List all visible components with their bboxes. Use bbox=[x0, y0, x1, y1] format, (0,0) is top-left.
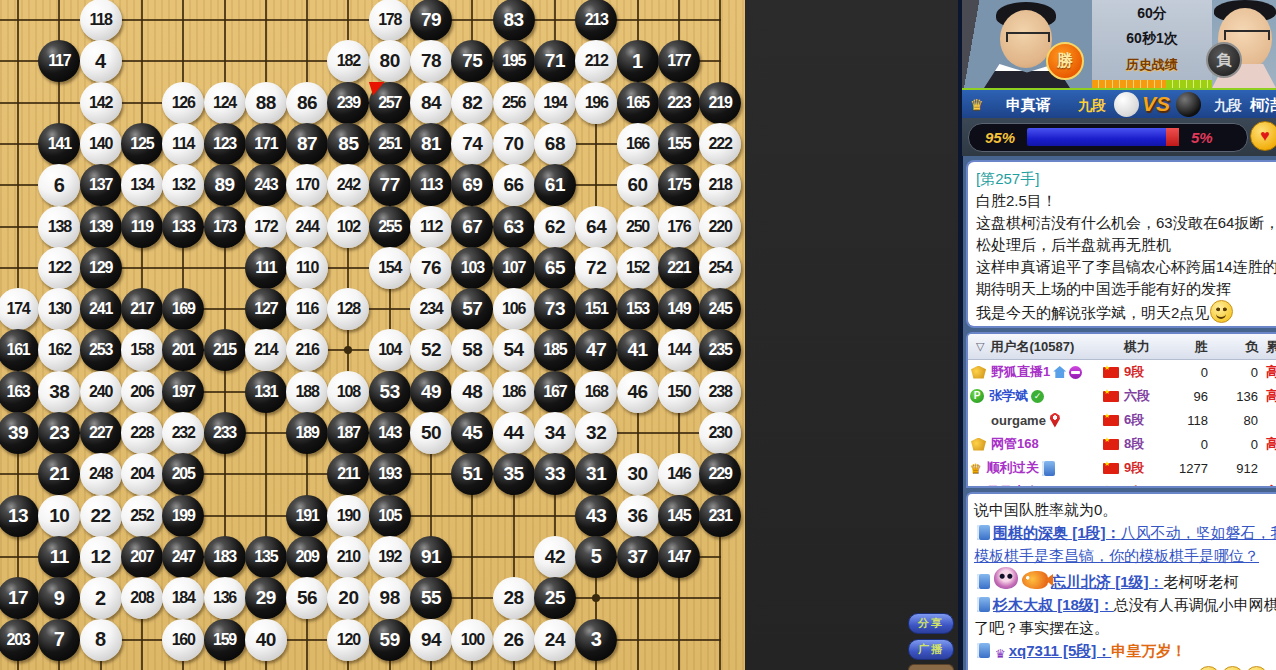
clock-panel: 60分 60秒1次 历史战绩 bbox=[1092, 0, 1212, 88]
user-rank: 6段 bbox=[1124, 411, 1164, 429]
smiley-emoji-icon bbox=[1245, 666, 1268, 670]
byoyomi-label: 60秒1次 bbox=[1126, 30, 1177, 48]
user-wins: 0 bbox=[1164, 365, 1208, 380]
stone-black-87: 87 bbox=[286, 123, 328, 165]
stone-black-107: 107 bbox=[493, 247, 535, 289]
user-extra-flag: 高 bbox=[1266, 363, 1276, 381]
winrate-row: 95% 5% ♥ bbox=[962, 118, 1276, 156]
stone-white-146: 146 bbox=[658, 453, 700, 495]
winrate-right-percent: 5% bbox=[1191, 129, 1213, 146]
stone-white-48: 48 bbox=[451, 371, 493, 413]
p-icon: P bbox=[970, 389, 984, 403]
stone-black-251: 251 bbox=[369, 123, 411, 165]
commentary-lines: 白胜2.5目！这盘棋柯洁没有什么机会，63没敢在64扳断，被轻松处理后，后半盘就… bbox=[976, 190, 1276, 324]
user-name[interactable]: 网管168 bbox=[991, 435, 1039, 453]
stone-white-28: 28 bbox=[493, 577, 535, 619]
stone-white-192: 192 bbox=[369, 536, 411, 578]
book-icon bbox=[977, 643, 990, 658]
col-rank[interactable]: 棋力 bbox=[1124, 338, 1164, 356]
stone-black-147: 147 bbox=[658, 536, 700, 578]
star-point bbox=[592, 594, 600, 602]
stone-black-33: 33 bbox=[534, 453, 576, 495]
stone-white-108: 108 bbox=[327, 371, 369, 413]
user-row[interactable]: P张学斌✓六段96136高 bbox=[968, 384, 1276, 408]
stone-black-231: 231 bbox=[699, 495, 741, 537]
commentary-line: 这样申真谞追平了李昌镐农心杯跨届14连胜的纪录 bbox=[976, 256, 1276, 278]
stone-black-47: 47 bbox=[575, 329, 617, 371]
stone-black-103: 103 bbox=[451, 247, 493, 289]
stone-black-23: 23 bbox=[38, 412, 80, 454]
history-bar-orange bbox=[1092, 80, 1166, 88]
stone-black-155: 155 bbox=[658, 123, 700, 165]
pin-icon bbox=[1049, 413, 1061, 428]
stone-white-168: 168 bbox=[575, 371, 617, 413]
stone-white-142: 142 bbox=[80, 82, 122, 124]
stone-white-256: 256 bbox=[493, 82, 535, 124]
go-board[interactable]: 1181787983213117418280787519571212117714… bbox=[0, 0, 745, 670]
stone-white-10: 10 bbox=[38, 495, 80, 537]
stone-black-135: 135 bbox=[245, 536, 287, 578]
stone-black-201: 201 bbox=[162, 329, 204, 371]
stone-black-169: 169 bbox=[162, 288, 204, 330]
stone-black-65: 65 bbox=[534, 247, 576, 289]
stone-black-7: 7 bbox=[38, 619, 80, 661]
stone-black-221: 221 bbox=[658, 247, 700, 289]
stone-black-119: 119 bbox=[121, 206, 163, 248]
user-wins: 338 bbox=[1164, 485, 1208, 489]
chat-message: 了吧？事实摆在这。 bbox=[974, 619, 1109, 636]
chat-user-link[interactable]: xq7311 [5段]： bbox=[1009, 642, 1112, 659]
stone-white-140: 140 bbox=[80, 123, 122, 165]
user-list-panel: ▽ 用户名(10587) 棋力 胜 负 累 野狐直播19段00高P张学斌✓六段9… bbox=[966, 332, 1276, 488]
stone-white-184: 184 bbox=[162, 577, 204, 619]
stone-black-137: 137 bbox=[80, 164, 122, 206]
stone-black-203: 203 bbox=[0, 619, 39, 661]
stone-white-94: 94 bbox=[410, 619, 452, 661]
black-stone-icon bbox=[1176, 92, 1201, 117]
stone-white-144: 144 bbox=[658, 329, 700, 371]
stone-white-84: 84 bbox=[410, 82, 452, 124]
user-rank: 9段 bbox=[1124, 363, 1164, 381]
stone-black-73: 73 bbox=[534, 288, 576, 330]
stone-white-216: 216 bbox=[286, 329, 328, 371]
col-extra-clipped[interactable]: 累 bbox=[1266, 338, 1276, 356]
stone-black-105: 105 bbox=[369, 495, 411, 537]
stone-black-241: 241 bbox=[80, 288, 122, 330]
stone-black-167: 167 bbox=[534, 371, 576, 413]
book-icon bbox=[977, 574, 990, 589]
stone-white-88: 88 bbox=[245, 82, 287, 124]
stone-white-74: 74 bbox=[451, 123, 493, 165]
stone-black-163: 163 bbox=[0, 371, 39, 413]
china-flag-icon bbox=[1103, 415, 1119, 426]
stone-black-29: 29 bbox=[245, 577, 287, 619]
stone-white-70: 70 bbox=[493, 123, 535, 165]
stone-white-134: 134 bbox=[121, 164, 163, 206]
stone-white-80: 80 bbox=[369, 40, 411, 82]
check-icon: ✓ bbox=[1031, 390, 1044, 403]
stone-black-67: 67 bbox=[451, 206, 493, 248]
stone-black-139: 139 bbox=[80, 206, 122, 248]
main-time-label: 60分 bbox=[1137, 5, 1167, 23]
chat-line: 杉木大叔 [18级]：总没有人再调侃小申网棋伪 bbox=[974, 593, 1276, 616]
medal-icon bbox=[971, 366, 986, 379]
third-button-clipped[interactable] bbox=[908, 664, 954, 670]
player-name-bar: ♛ 申真谞 九段 VS 九段 柯洁 bbox=[962, 88, 1276, 120]
stone-white-166: 166 bbox=[617, 123, 659, 165]
stone-white-232: 232 bbox=[162, 412, 204, 454]
user-losses: 912 bbox=[1208, 461, 1258, 476]
stone-white-2: 2 bbox=[80, 577, 122, 619]
stone-black-173: 173 bbox=[204, 206, 246, 248]
stone-black-213: 213 bbox=[575, 0, 617, 41]
stone-black-25: 25 bbox=[534, 577, 576, 619]
chat-line: 说中国队胜率就为0。 bbox=[974, 498, 1276, 521]
stone-black-235: 235 bbox=[699, 329, 741, 371]
house-icon bbox=[1053, 366, 1066, 378]
user-rank: 六段 bbox=[1124, 387, 1164, 405]
stone-white-52: 52 bbox=[410, 329, 452, 371]
user-losses: 226 bbox=[1208, 485, 1258, 489]
col-losses[interactable]: 负 bbox=[1208, 338, 1258, 356]
history-bar-green bbox=[1166, 80, 1212, 88]
stone-white-58: 58 bbox=[451, 329, 493, 371]
stone-white-240: 240 bbox=[80, 371, 122, 413]
history-record-label: 历史战绩 bbox=[1126, 56, 1178, 74]
player-name-ke[interactable]: 柯洁 bbox=[1250, 96, 1276, 115]
stone-white-162: 162 bbox=[38, 329, 80, 371]
col-username[interactable]: 用户名(10587) bbox=[990, 338, 1074, 356]
stone-white-66: 66 bbox=[493, 164, 535, 206]
stone-white-230: 230 bbox=[699, 412, 741, 454]
chat-message: 申皇万岁！ bbox=[1111, 642, 1186, 659]
stone-white-158: 158 bbox=[121, 329, 163, 371]
chat-panel: 说中国队胜率就为0。围棋的深奥 [1段]：八风不动，坚如磐石，我模板棋手是李昌镐… bbox=[966, 492, 1276, 670]
user-row[interactable]: ♛风骨上人9段338226高 bbox=[968, 480, 1276, 488]
stone-black-141: 141 bbox=[38, 123, 80, 165]
stone-white-68: 68 bbox=[534, 123, 576, 165]
stone-white-210: 210 bbox=[327, 536, 369, 578]
user-wins: 0 bbox=[1164, 437, 1208, 452]
stone-white-248: 248 bbox=[80, 453, 122, 495]
stone-black-185: 185 bbox=[534, 329, 576, 371]
stone-white-188: 188 bbox=[286, 371, 328, 413]
stone-black-143: 143 bbox=[369, 412, 411, 454]
commentary-line: 白胜2.5目！ bbox=[976, 190, 1276, 212]
chat-user-link[interactable]: 围棋的深奥 [1段]： bbox=[993, 524, 1121, 541]
white-stone-icon bbox=[1114, 92, 1139, 117]
stone-black-13: 13 bbox=[0, 495, 39, 537]
stone-white-4: 4 bbox=[80, 40, 122, 82]
stone-white-30: 30 bbox=[617, 453, 659, 495]
chat-message: 说中国队胜率就为0。 bbox=[974, 501, 1117, 518]
stone-white-78: 78 bbox=[410, 40, 452, 82]
stone-white-178: 178 bbox=[369, 0, 411, 41]
share-button[interactable]: 分享 bbox=[908, 613, 954, 634]
stone-white-150: 150 bbox=[658, 371, 700, 413]
stone-black-37: 37 bbox=[617, 536, 659, 578]
user-list-header[interactable]: ▽ 用户名(10587) 棋力 胜 负 累 bbox=[968, 334, 1276, 360]
stone-black-111: 111 bbox=[245, 247, 287, 289]
user-row[interactable]: ♛顺利过关9段1277912 bbox=[968, 456, 1276, 480]
stone-white-176: 176 bbox=[658, 206, 700, 248]
player-photo-strip: 60分 60秒1次 历史战绩 勝 負 bbox=[962, 0, 1276, 88]
china-flag-icon bbox=[1103, 391, 1119, 402]
stone-black-125: 125 bbox=[121, 123, 163, 165]
chat-user-link[interactable]: 杉木大叔 [18级]： bbox=[993, 596, 1114, 613]
stone-white-190: 190 bbox=[327, 495, 369, 537]
filter-funnel-icon[interactable]: ▽ bbox=[976, 340, 984, 353]
stone-black-223: 223 bbox=[658, 82, 700, 124]
user-losses: 136 bbox=[1208, 389, 1258, 404]
stone-white-160: 160 bbox=[162, 619, 204, 661]
stone-white-42: 42 bbox=[534, 536, 576, 578]
stone-black-61: 61 bbox=[534, 164, 576, 206]
stone-black-131: 131 bbox=[245, 371, 287, 413]
stone-white-214: 214 bbox=[245, 329, 287, 371]
stone-black-229: 229 bbox=[699, 453, 741, 495]
stone-black-243: 243 bbox=[245, 164, 287, 206]
smiley-emoji-icon bbox=[1210, 300, 1233, 323]
stone-black-35: 35 bbox=[493, 453, 535, 495]
stone-black-253: 253 bbox=[80, 329, 122, 371]
stone-black-123: 123 bbox=[204, 123, 246, 165]
glasses-shape bbox=[1224, 30, 1270, 40]
user-row[interactable]: 网管1688段00高 bbox=[968, 432, 1276, 456]
user-extra-flag: 高 bbox=[1266, 435, 1276, 453]
right-panel: 60分 60秒1次 历史战绩 勝 負 ♛ 申真谞 九段 bbox=[958, 0, 1276, 670]
stone-black-85: 85 bbox=[327, 123, 369, 165]
stone-black-63: 63 bbox=[493, 206, 535, 248]
winrate-bar bbox=[1027, 128, 1179, 146]
stone-black-53: 53 bbox=[369, 371, 411, 413]
stone-black-57: 57 bbox=[451, 288, 493, 330]
stone-white-194: 194 bbox=[534, 82, 576, 124]
stone-black-117: 117 bbox=[38, 40, 80, 82]
stone-black-79: 79 bbox=[410, 0, 452, 41]
china-flag-icon bbox=[1103, 463, 1119, 474]
stone-black-21: 21 bbox=[38, 453, 80, 495]
stone-black-191: 191 bbox=[286, 495, 328, 537]
stone-white-40: 40 bbox=[245, 619, 287, 661]
chat-line: 模板棋手是李昌镐，你的模板棋手是哪位？ bbox=[974, 544, 1276, 567]
chat-line: 小闲和素素 [2段]：走了，拜拜 bbox=[974, 666, 1276, 670]
rank-ke: 九段 bbox=[1214, 97, 1242, 115]
user-name[interactable]: ourgame bbox=[991, 413, 1046, 428]
stone-black-3: 3 bbox=[575, 619, 617, 661]
stone-black-49: 49 bbox=[410, 371, 452, 413]
stone-white-98: 98 bbox=[369, 577, 411, 619]
stone-white-54: 54 bbox=[493, 329, 535, 371]
stone-white-208: 208 bbox=[121, 577, 163, 619]
stone-white-132: 132 bbox=[162, 164, 204, 206]
stone-white-100: 100 bbox=[451, 619, 493, 661]
user-wins: 118 bbox=[1164, 413, 1208, 428]
commentary-panel: [第257手] 白胜2.5目！这盘棋柯洁没有什么机会，63没敢在64扳断，被轻松… bbox=[966, 160, 1276, 328]
chat-line: 忘川北济 [1级]：老柯呀老柯 bbox=[974, 567, 1276, 593]
stone-white-218: 218 bbox=[699, 164, 741, 206]
stone-white-120: 120 bbox=[327, 619, 369, 661]
user-name[interactable]: 风骨上人 bbox=[987, 483, 1039, 488]
stone-black-133: 133 bbox=[162, 206, 204, 248]
stone-black-211: 211 bbox=[327, 453, 369, 495]
user-extra-flag: 高 bbox=[1266, 483, 1276, 488]
stone-white-22: 22 bbox=[80, 495, 122, 537]
stone-black-89: 89 bbox=[204, 164, 246, 206]
stone-white-182: 182 bbox=[327, 40, 369, 82]
stone-black-9: 9 bbox=[38, 577, 80, 619]
book-icon bbox=[1042, 461, 1055, 476]
stone-black-145: 145 bbox=[658, 495, 700, 537]
stone-black-217: 217 bbox=[121, 288, 163, 330]
user-row[interactable]: ourgame6段11880 bbox=[968, 408, 1276, 432]
stone-white-174: 174 bbox=[0, 288, 39, 330]
smiley-emoji-icon bbox=[1221, 666, 1244, 670]
stone-black-75: 75 bbox=[451, 40, 493, 82]
stone-black-31: 31 bbox=[575, 453, 617, 495]
stone-white-228: 228 bbox=[121, 412, 163, 454]
stone-black-113: 113 bbox=[410, 164, 452, 206]
chat-message: 老柯呀老柯 bbox=[1164, 573, 1239, 590]
user-wins: 96 bbox=[1164, 389, 1208, 404]
stone-black-55: 55 bbox=[410, 577, 452, 619]
stone-black-227: 227 bbox=[80, 412, 122, 454]
stone-black-199: 199 bbox=[162, 495, 204, 537]
user-name[interactable]: 顺利过关 bbox=[987, 459, 1039, 477]
loss-seal-icon: 負 bbox=[1206, 42, 1242, 78]
glasses-shape bbox=[1006, 32, 1050, 42]
stone-black-41: 41 bbox=[617, 329, 659, 371]
stone-black-189: 189 bbox=[286, 412, 328, 454]
chat-message: 总没有人再调侃小申网棋伪 bbox=[1114, 596, 1276, 613]
china-flag-icon bbox=[1103, 439, 1119, 450]
stone-white-50: 50 bbox=[410, 412, 452, 454]
stone-white-62: 62 bbox=[534, 206, 576, 248]
stone-white-212: 212 bbox=[575, 40, 617, 82]
stone-black-233: 233 bbox=[204, 412, 246, 454]
stone-black-45: 45 bbox=[451, 412, 493, 454]
stone-white-6: 6 bbox=[38, 164, 80, 206]
stone-white-60: 60 bbox=[617, 164, 659, 206]
stone-white-8: 8 bbox=[80, 619, 122, 661]
stone-white-104: 104 bbox=[369, 329, 411, 371]
stone-black-195: 195 bbox=[493, 40, 535, 82]
stone-black-39: 39 bbox=[0, 412, 39, 454]
stone-white-172: 172 bbox=[245, 206, 287, 248]
stone-white-128: 128 bbox=[327, 288, 369, 330]
stone-white-124: 124 bbox=[204, 82, 246, 124]
user-name[interactable]: 野狐直播1 bbox=[991, 363, 1050, 381]
commentary-line: 我是今天的解说张学斌，明天2点见 bbox=[976, 300, 1276, 324]
stone-black-207: 207 bbox=[121, 536, 163, 578]
stone-white-82: 82 bbox=[451, 82, 493, 124]
broadcast-button[interactable]: 广播 bbox=[908, 639, 954, 660]
stone-white-122: 122 bbox=[38, 247, 80, 289]
winrate-capsule: 95% 5% bbox=[968, 123, 1248, 152]
stone-white-206: 206 bbox=[121, 371, 163, 413]
user-row[interactable]: 野狐直播19段00高 bbox=[968, 360, 1276, 384]
chat-message: 八风不动，坚如磐石，我 bbox=[1121, 524, 1276, 541]
stone-black-69: 69 bbox=[451, 164, 493, 206]
stone-black-17: 17 bbox=[0, 577, 39, 619]
winrate-bar-red-tip bbox=[1166, 128, 1179, 146]
stone-white-56: 56 bbox=[286, 577, 328, 619]
stone-black-175: 175 bbox=[658, 164, 700, 206]
stone-black-209: 209 bbox=[286, 536, 328, 578]
stone-white-170: 170 bbox=[286, 164, 328, 206]
favorite-heart-icon[interactable]: ♥ bbox=[1250, 121, 1276, 151]
stone-white-204: 204 bbox=[121, 453, 163, 495]
stone-white-136: 136 bbox=[204, 577, 246, 619]
user-name[interactable]: 张学斌 bbox=[989, 387, 1028, 405]
user-extra-flag: 高 bbox=[1266, 387, 1276, 405]
crown-icon: ♛ bbox=[970, 461, 982, 476]
stone-black-161: 161 bbox=[0, 329, 39, 371]
monster-icon bbox=[994, 567, 1018, 589]
col-wins[interactable]: 胜 bbox=[1164, 338, 1208, 356]
stone-white-222: 222 bbox=[699, 123, 741, 165]
stone-white-118: 118 bbox=[80, 0, 122, 41]
stone-white-46: 46 bbox=[617, 371, 659, 413]
stone-black-255: 255 bbox=[369, 206, 411, 248]
user-rank: 9段 bbox=[1124, 483, 1164, 488]
stone-white-138: 138 bbox=[38, 206, 80, 248]
commentary-line: 这盘棋柯洁没有什么机会，63没敢在64扳断，被轻 bbox=[976, 212, 1276, 234]
move-number-tag: [第257手] bbox=[976, 168, 1276, 190]
player-name-shin[interactable]: 申真谞 bbox=[1006, 96, 1051, 115]
crownp-icon: ♛ bbox=[995, 643, 1006, 666]
stone-black-51: 51 bbox=[451, 453, 493, 495]
stone-black-127: 127 bbox=[245, 288, 287, 330]
stone-black-81: 81 bbox=[410, 123, 452, 165]
stone-white-26: 26 bbox=[493, 619, 535, 661]
stone-black-245: 245 bbox=[699, 288, 741, 330]
stone-white-130: 130 bbox=[38, 288, 80, 330]
stone-white-152: 152 bbox=[617, 247, 659, 289]
stone-white-34: 34 bbox=[534, 412, 576, 454]
stone-white-116: 116 bbox=[286, 288, 328, 330]
stone-black-215: 215 bbox=[204, 329, 246, 371]
commentary-line: 松处理后，后半盘就再无胜机 bbox=[976, 234, 1276, 256]
user-wins: 1277 bbox=[1164, 461, 1208, 476]
star-point bbox=[344, 346, 352, 354]
stone-black-91: 91 bbox=[410, 536, 452, 578]
stone-white-38: 38 bbox=[38, 371, 80, 413]
stone-black-11: 11 bbox=[38, 536, 80, 578]
stone-white-64: 64 bbox=[575, 206, 617, 248]
chat-user-link[interactable]: 忘川北济 [1级]： bbox=[1051, 573, 1164, 590]
crown-icon: ♛ bbox=[970, 485, 982, 489]
china-flag-icon bbox=[1103, 487, 1119, 489]
stone-black-59: 59 bbox=[369, 619, 411, 661]
stone-white-12: 12 bbox=[80, 536, 122, 578]
stone-white-106: 106 bbox=[493, 288, 535, 330]
chat-line: 了吧？事实摆在这。 bbox=[974, 616, 1276, 639]
stone-black-83: 83 bbox=[493, 0, 535, 41]
user-rank: 9段 bbox=[1124, 459, 1164, 477]
commentary-line: 期待明天上场的中国选手能有好的发挥 bbox=[976, 278, 1276, 300]
stone-white-254: 254 bbox=[699, 247, 741, 289]
smiley-emoji-icon bbox=[1197, 666, 1220, 670]
chat-message: 模板棋手是李昌镐，你的模板棋手是哪位？ bbox=[974, 547, 1259, 564]
stone-black-77: 77 bbox=[369, 164, 411, 206]
stone-white-196: 196 bbox=[575, 82, 617, 124]
crown-icon: ♛ bbox=[970, 96, 983, 114]
stone-white-114: 114 bbox=[162, 123, 204, 165]
win-seal-icon: 勝 bbox=[1046, 42, 1084, 80]
stone-black-165: 165 bbox=[617, 82, 659, 124]
stone-black-197: 197 bbox=[162, 371, 204, 413]
